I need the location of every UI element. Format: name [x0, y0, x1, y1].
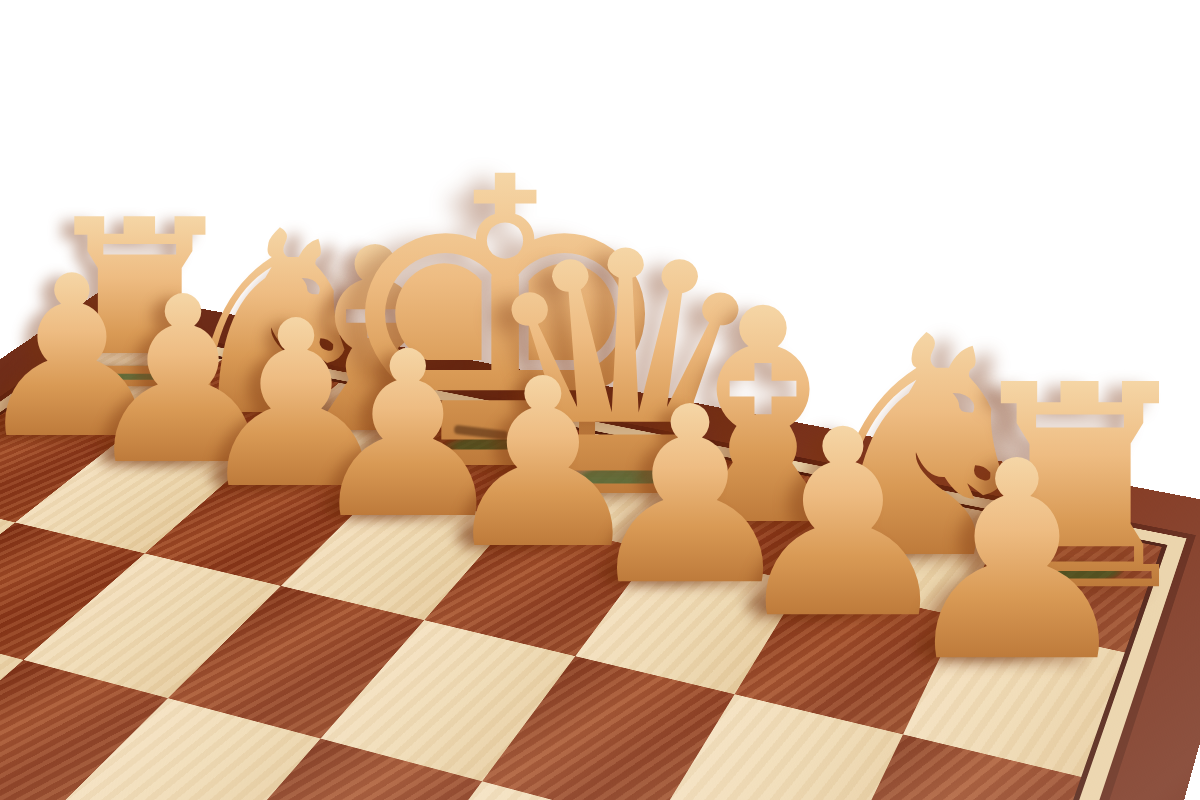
photo-stage: ♜♞♝♚♛♝♞♜♟♟♟♟♟♟♟♟	[0, 0, 1200, 800]
piece-white-pawn-a2: ♟	[894, 426, 1140, 700]
pieces-layer: ♜♞♝♚♛♝♞♜♟♟♟♟♟♟♟♟	[0, 0, 1200, 800]
